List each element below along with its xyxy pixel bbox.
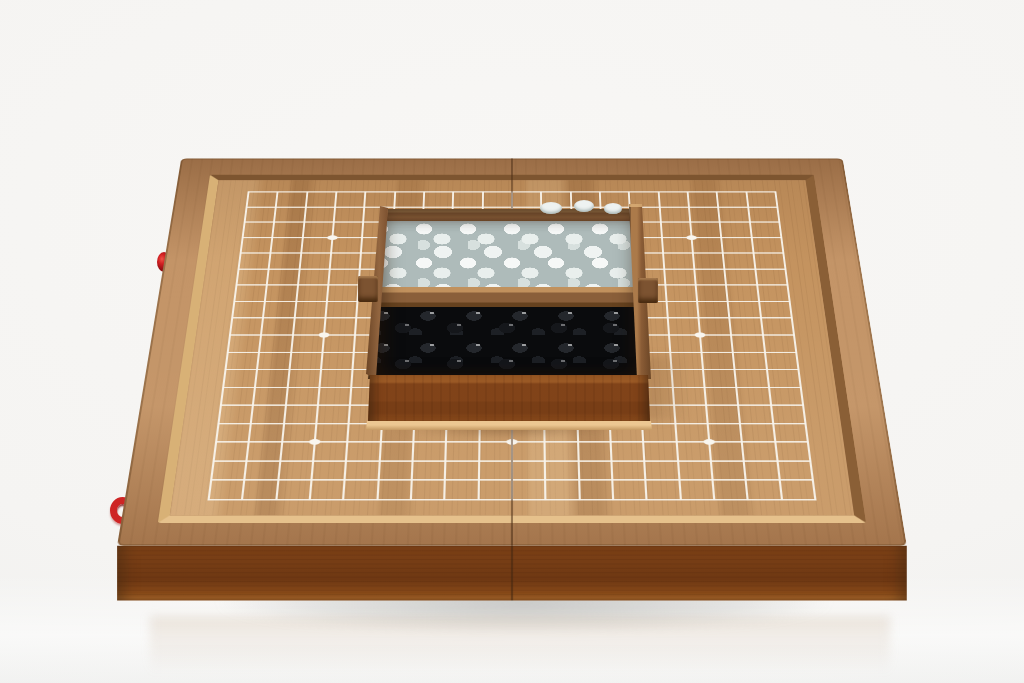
stone-box: [0, 0, 1024, 683]
stone-box-cast-shadow: [646, 356, 688, 420]
white-stone-peek: [574, 200, 594, 212]
box-base-edge: [366, 421, 652, 430]
divider-tenon-right: [638, 278, 658, 303]
photo-stage: [0, 0, 1024, 683]
stone-box-opening: [368, 209, 650, 379]
tray-divider-rail: [368, 287, 650, 307]
box-front-wall: [368, 375, 650, 421]
black-stones-tray: [368, 307, 650, 375]
white-stone-peek: [540, 202, 562, 214]
white-stone-peek: [604, 203, 622, 214]
white-stones-tray: [368, 221, 650, 287]
divider-tenon-left: [358, 276, 378, 302]
